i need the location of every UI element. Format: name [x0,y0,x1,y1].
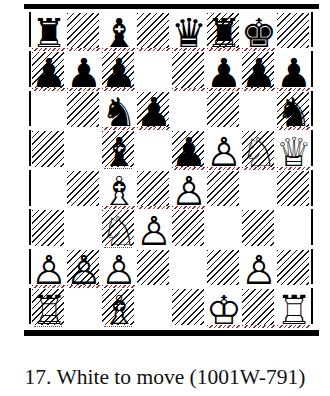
white-rook: ♖ [276,291,311,331]
white-bishop: ♗ [101,172,136,212]
square-b2[interactable]: ♙ [66,249,101,289]
dark-square-hatch [67,92,99,128]
black-rook: ♜ [206,14,241,54]
square-h2[interactable] [276,249,311,289]
square-c4[interactable]: ♗ [101,170,136,210]
white-king: ♔ [206,291,241,331]
square-c1[interactable]: ♗ [101,289,136,329]
dark-square-hatch [277,250,309,286]
square-f1[interactable]: ♔ [206,289,241,329]
square-h7[interactable]: ♟ [276,52,311,92]
dark-square-hatch [67,171,99,207]
square-c6[interactable]: ♞ [101,91,136,131]
square-c8[interactable]: ♝ [101,12,136,52]
black-pawn: ♟ [31,54,66,94]
white-pawn: ♙ [171,172,206,212]
square-b5[interactable] [66,131,101,171]
dark-square-hatch [32,131,64,167]
dark-square-hatch [172,52,204,88]
dark-square-hatch [172,289,204,325]
black-rook: ♜ [31,14,66,54]
dark-square-hatch [242,289,274,325]
square-b3[interactable] [66,210,101,250]
square-c2[interactable]: ♙ [101,249,136,289]
square-c7[interactable]: ♟ [101,52,136,92]
square-d1[interactable] [136,289,171,329]
black-pawn: ♟ [136,93,171,133]
board-top-border [24,4,319,10]
square-e8[interactable]: ♛ [171,12,206,52]
square-f7[interactable]: ♟ [206,52,241,92]
square-d3[interactable]: ♙ [136,210,171,250]
square-g3[interactable] [241,210,276,250]
square-f6[interactable] [206,91,241,131]
dark-square-hatch [32,210,64,246]
black-pawn: ♟ [171,133,206,173]
diagram-page: ♜♝♛♜♚♟♟♟♟♟♟♞♟♞♝♟♙♘♕♗♙♘♙♙♙♙♙♖♗♔♖ 17. Whit… [0,0,330,396]
white-queen: ♕ [276,133,311,173]
square-h3[interactable] [276,210,311,250]
square-h6[interactable]: ♞ [276,91,311,131]
dark-square-hatch [137,171,169,207]
square-a5[interactable] [31,131,66,171]
black-knight: ♞ [101,93,136,133]
black-pawn: ♟ [276,54,311,94]
square-a1[interactable]: ♖ [31,289,66,329]
square-f5[interactable]: ♙ [206,131,241,171]
square-b6[interactable] [66,91,101,131]
square-g1[interactable] [241,289,276,329]
square-a3[interactable] [31,210,66,250]
square-f2[interactable] [206,249,241,289]
square-d4[interactable] [136,170,171,210]
square-e5[interactable]: ♟ [171,131,206,171]
white-pawn: ♙ [101,251,136,291]
chess-board: ♜♝♛♜♚♟♟♟♟♟♟♞♟♞♝♟♙♘♕♗♙♘♙♙♙♙♙♖♗♔♖ [31,12,311,328]
square-h1[interactable]: ♖ [276,289,311,329]
black-queen: ♛ [171,14,206,54]
square-f3[interactable] [206,210,241,250]
dark-square-hatch [242,210,274,246]
square-f8[interactable]: ♜ [206,12,241,52]
dark-square-hatch [172,210,204,246]
square-g4[interactable] [241,170,276,210]
square-b7[interactable]: ♟ [66,52,101,92]
dark-square-hatch [207,171,239,207]
square-h8[interactable] [276,12,311,52]
square-a4[interactable] [31,170,66,210]
white-knight: ♘ [101,212,136,252]
white-pawn: ♙ [31,251,66,291]
black-pawn: ♟ [101,54,136,94]
white-rook: ♖ [31,291,66,331]
square-b4[interactable] [66,170,101,210]
square-e6[interactable] [171,91,206,131]
dark-square-hatch [207,92,239,128]
square-a7[interactable]: ♟ [31,52,66,92]
dark-square-hatch [137,13,169,49]
board-bottom-border [24,330,319,336]
square-d7[interactable] [136,52,171,92]
square-g8[interactable]: ♚ [241,12,276,52]
dark-square-hatch [277,171,309,207]
square-g5[interactable]: ♘ [241,131,276,171]
white-knight: ♘ [241,133,276,173]
dark-square-hatch [67,13,99,49]
white-pawn: ♙ [66,251,101,291]
square-c5[interactable]: ♝ [101,131,136,171]
white-pawn: ♙ [136,212,171,252]
square-d8[interactable] [136,12,171,52]
square-h4[interactable] [276,170,311,210]
square-g2[interactable]: ♙ [241,249,276,289]
black-king: ♚ [241,14,276,54]
square-e1[interactable] [171,289,206,329]
white-pawn: ♙ [206,133,241,173]
dark-square-hatch [207,250,239,286]
black-bishop: ♝ [101,14,136,54]
square-f4[interactable] [206,170,241,210]
square-b1[interactable] [66,289,101,329]
square-b8[interactable] [66,12,101,52]
black-pawn: ♟ [206,54,241,94]
square-a8[interactable]: ♜ [31,12,66,52]
square-g6[interactable] [241,91,276,131]
white-pawn: ♙ [241,251,276,291]
square-e4[interactable]: ♙ [171,170,206,210]
square-e7[interactable] [171,52,206,92]
black-knight: ♞ [276,93,311,133]
square-a6[interactable] [31,91,66,131]
square-e2[interactable] [171,249,206,289]
dark-square-hatch [277,13,309,49]
white-bishop: ♗ [101,291,136,331]
square-g7[interactable]: ♟ [241,52,276,92]
black-bishop: ♝ [101,133,136,173]
dark-square-hatch [137,250,169,286]
square-c3[interactable]: ♘ [101,210,136,250]
square-a2[interactable]: ♙ [31,249,66,289]
square-d2[interactable] [136,249,171,289]
square-d5[interactable] [136,131,171,171]
black-pawn: ♟ [66,54,101,94]
square-h5[interactable]: ♕ [276,131,311,171]
square-d6[interactable]: ♟ [136,91,171,131]
black-pawn: ♟ [241,54,276,94]
diagram-caption: 17. White to move (1001W-791) [0,365,330,390]
square-e3[interactable] [171,210,206,250]
